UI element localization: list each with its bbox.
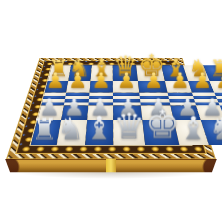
board-grid: ♜♞♝♛♚♝♞♜♟♟♟♟♟♟♟♟♟♟♟♟♟♟♟♟♜♞♝♛♚♝♞♜ [29,65,192,146]
piece-silver-king[interactable]: ♚ [145,105,180,144]
piece-gold-pawn[interactable]: ♟ [193,71,212,92]
board-outer-stripe-band: ♜♞♝♛♚♝♞♜♟♟♟♟♟♟♟♟♟♟♟♟♟♟♟♟♜♞♝♛♚♝♞♜ [6,58,216,159]
square-f7[interactable]: ♟ [165,81,191,93]
piece-gold-pawn[interactable]: ♟ [91,71,110,92]
board-mosaic-border: ♜♞♝♛♚♝♞♜♟♟♟♟♟♟♟♟♟♟♟♟♟♟♟♟♜♞♝♛♚♝♞♜ [15,60,207,154]
piece-gold-pawn[interactable]: ♟ [46,71,65,92]
square-a7[interactable]: ♟ [45,81,69,93]
piece-gold-pawn[interactable]: ♟ [216,71,222,92]
square-g7[interactable]: ♟ [188,81,215,93]
square-e7[interactable]: ♟ [138,81,168,93]
square-f1[interactable]: ♝ [174,120,208,145]
piece-gold-pawn[interactable]: ♟ [68,71,87,92]
square-e1[interactable]: ♚ [142,120,180,145]
photo-background: ♜♞♝♛♚♝♞♜♟♟♟♟♟♟♟♟♟♟♟♟♟♟♟♟♜♞♝♛♚♝♞♜ [0,0,222,222]
piece-silver-bishop[interactable]: ♝ [85,112,113,144]
square-d1[interactable]: ♛ [113,120,145,145]
square-b1[interactable]: ♞ [57,120,87,145]
chess-board: ♜♞♝♛♚♝♞♜♟♟♟♟♟♟♟♟♟♟♟♟♟♟♟♟♜♞♝♛♚♝♞♜ [6,58,216,159]
piece-silver-knight[interactable]: ♞ [57,114,84,145]
square-c7[interactable]: ♟ [89,81,113,93]
piece-silver-rook[interactable]: ♜ [31,115,57,144]
piece-gold-pawn[interactable]: ♟ [144,71,163,92]
square-d7[interactable]: ♟ [113,81,139,93]
piece-gold-pawn[interactable]: ♟ [116,71,135,92]
piece-gold-pawn[interactable]: ♟ [170,71,189,92]
piece-silver-bishop[interactable]: ♝ [180,112,208,144]
piece-silver-knight[interactable]: ♞ [208,114,222,145]
square-b7[interactable]: ♟ [67,81,91,93]
square-c1[interactable]: ♝ [85,120,114,145]
board-front-edge [5,159,217,174]
piece-silver-queen[interactable]: ♛ [113,109,145,144]
